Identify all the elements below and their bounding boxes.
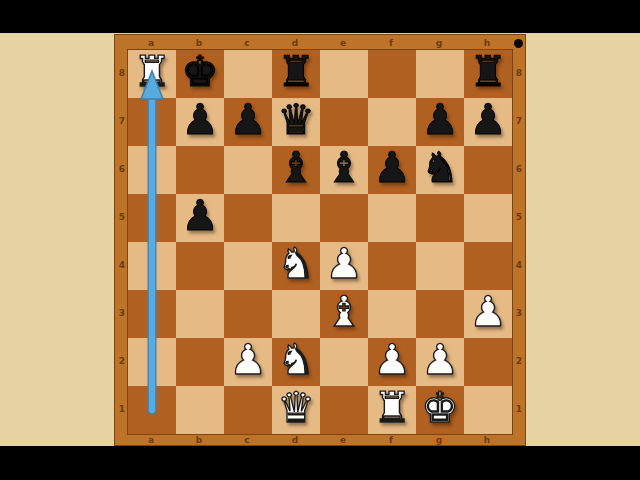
board-grid: ♜♚♜♜♟♟♛♟♟♝♝♟♞♟♞♟♝♟♟♞♟♟♛♜♚ <box>127 49 513 435</box>
square-c6[interactable] <box>224 146 272 194</box>
square-e7[interactable] <box>320 98 368 146</box>
square-g5[interactable] <box>416 194 464 242</box>
square-d5[interactable] <box>272 194 320 242</box>
square-f7[interactable] <box>368 98 416 146</box>
square-d4[interactable]: ♞ <box>272 242 320 290</box>
square-h1[interactable] <box>464 386 512 434</box>
square-h3[interactable]: ♟ <box>464 290 512 338</box>
rank-label-left-7: 7 <box>116 97 128 145</box>
file-label-top-e: e <box>319 36 367 50</box>
file-label-top-c: c <box>223 36 271 50</box>
square-a7[interactable] <box>128 98 176 146</box>
square-f1[interactable]: ♜ <box>368 386 416 434</box>
piece-white-pawn[interactable]: ♟ <box>416 336 464 384</box>
square-h4[interactable] <box>464 242 512 290</box>
rank-label-right-6: 6 <box>513 145 525 193</box>
move-indicator-black <box>514 39 523 48</box>
piece-black-rook[interactable]: ♜ <box>464 48 512 96</box>
piece-white-rook[interactable]: ♜ <box>368 384 416 432</box>
rank-label-right-2: 2 <box>513 337 525 385</box>
square-a2[interactable] <box>128 338 176 386</box>
square-g3[interactable] <box>416 290 464 338</box>
rank-label-left-1: 1 <box>116 385 128 433</box>
piece-white-knight[interactable]: ♞ <box>272 240 320 288</box>
square-d7[interactable]: ♛ <box>272 98 320 146</box>
letterbox-top <box>0 0 640 33</box>
piece-black-pawn[interactable]: ♟ <box>224 96 272 144</box>
square-e5[interactable] <box>320 194 368 242</box>
rank-label-right-7: 7 <box>513 97 525 145</box>
piece-white-bishop[interactable]: ♝ <box>320 288 368 336</box>
square-f4[interactable] <box>368 242 416 290</box>
piece-white-knight[interactable]: ♞ <box>272 336 320 384</box>
square-b7[interactable]: ♟ <box>176 98 224 146</box>
file-label-bottom-h: h <box>463 434 511 446</box>
square-b5[interactable]: ♟ <box>176 194 224 242</box>
square-h6[interactable] <box>464 146 512 194</box>
file-label-bottom-a: a <box>127 434 175 446</box>
file-label-bottom-d: d <box>271 434 319 446</box>
piece-black-queen[interactable]: ♛ <box>272 96 320 144</box>
square-c1[interactable] <box>224 386 272 434</box>
square-h8[interactable]: ♜ <box>464 50 512 98</box>
rank-label-right-8: 8 <box>513 49 525 97</box>
square-f6[interactable]: ♟ <box>368 146 416 194</box>
square-b6[interactable] <box>176 146 224 194</box>
square-d6[interactable]: ♝ <box>272 146 320 194</box>
rank-label-left-4: 4 <box>116 241 128 289</box>
square-b1[interactable] <box>176 386 224 434</box>
rank-label-left-6: 6 <box>116 145 128 193</box>
square-g4[interactable] <box>416 242 464 290</box>
piece-white-pawn[interactable]: ♟ <box>368 336 416 384</box>
square-d2[interactable]: ♞ <box>272 338 320 386</box>
letterbox-bottom <box>0 446 640 480</box>
square-a4[interactable] <box>128 242 176 290</box>
square-c8[interactable] <box>224 50 272 98</box>
rank-label-left-2: 2 <box>116 337 128 385</box>
square-f5[interactable] <box>368 194 416 242</box>
square-b3[interactable] <box>176 290 224 338</box>
board-frame: ♜♚♜♜♟♟♛♟♟♝♝♟♞♟♞♟♝♟♟♞♟♟♛♜♚ aabbccddeeffgg… <box>114 34 526 446</box>
square-g6[interactable]: ♞ <box>416 146 464 194</box>
rank-label-right-1: 1 <box>513 385 525 433</box>
file-label-bottom-b: b <box>175 434 223 446</box>
square-e6[interactable]: ♝ <box>320 146 368 194</box>
rank-label-left-3: 3 <box>116 289 128 337</box>
square-f3[interactable] <box>368 290 416 338</box>
piece-black-bishop[interactable]: ♝ <box>320 144 368 192</box>
square-g2[interactable]: ♟ <box>416 338 464 386</box>
square-c5[interactable] <box>224 194 272 242</box>
piece-black-pawn[interactable]: ♟ <box>464 96 512 144</box>
square-d8[interactable]: ♜ <box>272 50 320 98</box>
piece-white-king[interactable]: ♚ <box>416 384 464 432</box>
piece-white-pawn[interactable]: ♟ <box>464 288 512 336</box>
square-e2[interactable] <box>320 338 368 386</box>
rank-label-right-3: 3 <box>513 289 525 337</box>
piece-black-knight[interactable]: ♞ <box>416 144 464 192</box>
square-d1[interactable]: ♛ <box>272 386 320 434</box>
square-g1[interactable]: ♚ <box>416 386 464 434</box>
piece-black-pawn[interactable]: ♟ <box>176 96 224 144</box>
square-c4[interactable] <box>224 242 272 290</box>
rank-label-right-5: 5 <box>513 193 525 241</box>
square-b4[interactable] <box>176 242 224 290</box>
file-label-top-f: f <box>367 36 415 50</box>
piece-black-pawn[interactable]: ♟ <box>416 96 464 144</box>
file-label-top-b: b <box>175 36 223 50</box>
square-e4[interactable]: ♟ <box>320 242 368 290</box>
square-d3[interactable] <box>272 290 320 338</box>
file-label-top-g: g <box>415 36 463 50</box>
piece-black-pawn[interactable]: ♟ <box>368 144 416 192</box>
rank-label-right-4: 4 <box>513 241 525 289</box>
file-label-top-d: d <box>271 36 319 50</box>
square-e8[interactable] <box>320 50 368 98</box>
square-b2[interactable] <box>176 338 224 386</box>
file-label-bottom-c: c <box>223 434 271 446</box>
square-a8[interactable]: ♜ <box>128 50 176 98</box>
rank-label-left-5: 5 <box>116 193 128 241</box>
piece-white-pawn[interactable]: ♟ <box>320 240 368 288</box>
square-g7[interactable]: ♟ <box>416 98 464 146</box>
piece-black-pawn[interactable]: ♟ <box>176 192 224 240</box>
square-h5[interactable] <box>464 194 512 242</box>
piece-white-rook[interactable]: ♜ <box>128 48 176 96</box>
square-a3[interactable] <box>128 290 176 338</box>
square-a1[interactable] <box>128 386 176 434</box>
square-e1[interactable] <box>320 386 368 434</box>
piece-black-king[interactable]: ♚ <box>176 48 224 96</box>
square-a5[interactable] <box>128 194 176 242</box>
square-c3[interactable] <box>224 290 272 338</box>
square-a6[interactable] <box>128 146 176 194</box>
square-h2[interactable] <box>464 338 512 386</box>
square-f8[interactable] <box>368 50 416 98</box>
square-c7[interactable]: ♟ <box>224 98 272 146</box>
square-g8[interactable] <box>416 50 464 98</box>
square-e3[interactable]: ♝ <box>320 290 368 338</box>
square-c2[interactable]: ♟ <box>224 338 272 386</box>
rank-label-left-8: 8 <box>116 49 128 97</box>
piece-white-pawn[interactable]: ♟ <box>224 336 272 384</box>
file-label-bottom-g: g <box>415 434 463 446</box>
file-label-top-a: a <box>127 36 175 50</box>
file-label-top-h: h <box>463 36 511 50</box>
piece-black-bishop[interactable]: ♝ <box>272 144 320 192</box>
square-b8[interactable]: ♚ <box>176 50 224 98</box>
square-f2[interactable]: ♟ <box>368 338 416 386</box>
square-h7[interactable]: ♟ <box>464 98 512 146</box>
file-label-bottom-f: f <box>367 434 415 446</box>
piece-white-queen[interactable]: ♛ <box>272 384 320 432</box>
piece-black-rook[interactable]: ♜ <box>272 48 320 96</box>
file-label-bottom-e: e <box>319 434 367 446</box>
